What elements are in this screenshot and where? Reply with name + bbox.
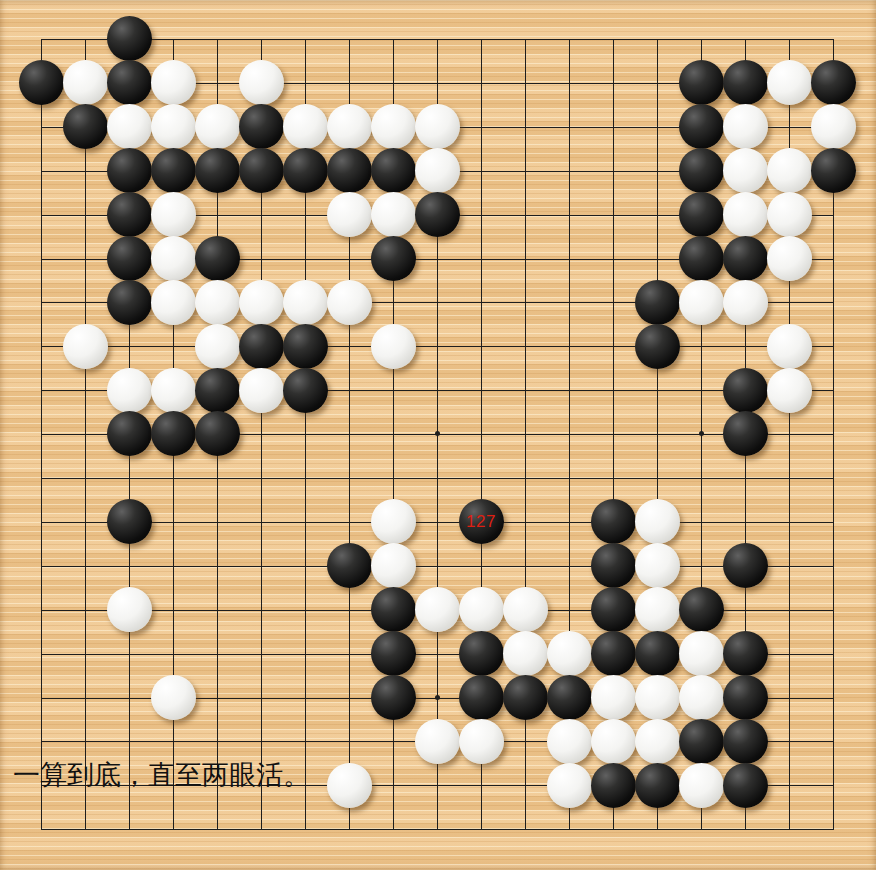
- stone-white: [239, 368, 284, 413]
- stone-white: [635, 499, 680, 544]
- stone-white: [591, 675, 636, 720]
- stone-white: [63, 60, 108, 105]
- stone-black: [811, 60, 856, 105]
- stone-black: [107, 411, 152, 456]
- stone-black: [371, 148, 416, 193]
- stone-white: [767, 368, 812, 413]
- stone-white: [635, 719, 680, 764]
- star-point: [435, 695, 440, 700]
- stone-black: [107, 148, 152, 193]
- stone-black: [107, 16, 152, 61]
- stone-white: [459, 587, 504, 632]
- stone-black: [19, 60, 64, 105]
- stone-white: [283, 104, 328, 149]
- stone-white: [195, 104, 240, 149]
- stone-white: [723, 148, 768, 193]
- stone-black: [635, 324, 680, 369]
- stone-black: [107, 192, 152, 237]
- stone-white: [151, 192, 196, 237]
- stone-white: [503, 631, 548, 676]
- stone-black: [107, 236, 152, 281]
- stone-white: [107, 104, 152, 149]
- stone-black: [63, 104, 108, 149]
- stone-white: [767, 192, 812, 237]
- stone-black: [459, 675, 504, 720]
- stone-black: [239, 148, 284, 193]
- stone-white: [371, 324, 416, 369]
- stone-white: [107, 587, 152, 632]
- stone-white: [679, 280, 724, 325]
- stone-white: [591, 719, 636, 764]
- stone-black: [591, 763, 636, 808]
- stone-white: [371, 192, 416, 237]
- stone-white: [679, 631, 724, 676]
- stone-black: [459, 631, 504, 676]
- stone-white: [283, 280, 328, 325]
- move-number-label: 127: [466, 513, 496, 530]
- stone-black: [327, 543, 372, 588]
- stone-black: [239, 324, 284, 369]
- stone-white: [239, 60, 284, 105]
- stone-white: [371, 543, 416, 588]
- stone-white: [415, 148, 460, 193]
- stone-white: [547, 631, 592, 676]
- stone-white: [415, 587, 460, 632]
- stone-black: [327, 148, 372, 193]
- stone-black: [107, 280, 152, 325]
- stone-white: [723, 280, 768, 325]
- stone-white: [195, 280, 240, 325]
- stone-black: [679, 719, 724, 764]
- stone-white: [371, 104, 416, 149]
- stone-black: [679, 104, 724, 149]
- stone-white: [723, 192, 768, 237]
- stone-white: [63, 324, 108, 369]
- stone-black: [723, 763, 768, 808]
- stone-white: [151, 236, 196, 281]
- caption-text: 一算到底，直至两眼活。: [13, 760, 310, 791]
- stone-black: [371, 675, 416, 720]
- stone-white: [767, 236, 812, 281]
- stone-white: [547, 719, 592, 764]
- stone-black: [195, 368, 240, 413]
- stone-white: [327, 763, 372, 808]
- stone-white: [327, 280, 372, 325]
- stone-white: [151, 60, 196, 105]
- stone-black: [723, 631, 768, 676]
- stone-white: [767, 60, 812, 105]
- stone-white: [503, 587, 548, 632]
- stone-white: [635, 675, 680, 720]
- stone-black: [415, 192, 460, 237]
- stone-white: [327, 104, 372, 149]
- stone-black-marked-move: 127: [459, 499, 504, 544]
- stone-black: [635, 280, 680, 325]
- stone-black: [679, 236, 724, 281]
- stone-white: [723, 104, 768, 149]
- stone-black: [635, 631, 680, 676]
- stone-black: [195, 148, 240, 193]
- stone-black: [811, 148, 856, 193]
- stone-black: [283, 148, 328, 193]
- stone-black: [723, 411, 768, 456]
- stone-white: [767, 148, 812, 193]
- stone-black: [371, 587, 416, 632]
- stone-black: [195, 236, 240, 281]
- stone-black: [723, 368, 768, 413]
- stone-white: [195, 324, 240, 369]
- stone-white: [151, 104, 196, 149]
- stone-white: [679, 675, 724, 720]
- stone-black: [151, 148, 196, 193]
- stone-white: [811, 104, 856, 149]
- go-board[interactable]: 127: [19, 17, 855, 851]
- stone-white: [459, 719, 504, 764]
- stone-white: [415, 104, 460, 149]
- stone-white: [327, 192, 372, 237]
- stone-black: [591, 543, 636, 588]
- stone-white: [679, 763, 724, 808]
- stone-black: [107, 499, 152, 544]
- stone-black: [503, 675, 548, 720]
- stone-black: [679, 587, 724, 632]
- stone-black: [591, 499, 636, 544]
- stone-black: [107, 60, 152, 105]
- stone-black: [283, 368, 328, 413]
- stone-white: [635, 543, 680, 588]
- stone-black: [547, 675, 592, 720]
- stone-white: [239, 280, 284, 325]
- stone-white: [635, 587, 680, 632]
- stone-black: [723, 236, 768, 281]
- stone-black: [591, 631, 636, 676]
- stone-white: [547, 763, 592, 808]
- stone-white: [107, 368, 152, 413]
- stone-black: [151, 411, 196, 456]
- stone-black: [679, 148, 724, 193]
- stone-black: [679, 192, 724, 237]
- stone-black: [723, 675, 768, 720]
- star-point: [435, 431, 440, 436]
- stone-black: [371, 236, 416, 281]
- stone-white: [415, 719, 460, 764]
- stone-black: [591, 587, 636, 632]
- stone-black: [371, 631, 416, 676]
- stone-black: [723, 60, 768, 105]
- go-board-panel: 127 一算到底，直至两眼活。: [0, 0, 876, 870]
- stone-black: [635, 763, 680, 808]
- stone-black: [195, 411, 240, 456]
- stone-black: [723, 543, 768, 588]
- stone-white: [151, 368, 196, 413]
- stone-black: [723, 719, 768, 764]
- stone-white: [151, 675, 196, 720]
- stone-black: [679, 60, 724, 105]
- stone-black: [283, 324, 328, 369]
- stone-white: [151, 280, 196, 325]
- stone-white: [371, 499, 416, 544]
- stone-white: [767, 324, 812, 369]
- star-point: [699, 431, 704, 436]
- stone-black: [239, 104, 284, 149]
